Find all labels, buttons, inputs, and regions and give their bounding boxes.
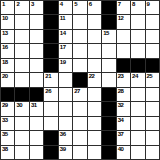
black-cell-r2c4 xyxy=(44,15,57,28)
clue-number-4: 4 xyxy=(60,1,63,7)
black-cell-r11c8 xyxy=(102,146,115,159)
cell-r3c1[interactable]: 13 xyxy=(1,30,14,43)
cell-r10c11[interactable] xyxy=(146,131,159,144)
cell-r6c10[interactable]: 24 xyxy=(131,73,144,86)
cell-r2c9[interactable]: 12 xyxy=(117,15,130,28)
crossword-board: 1234567891011121314151617181920212223242… xyxy=(0,0,160,160)
cell-r11c6[interactable] xyxy=(73,146,86,159)
cell-r3c6[interactable] xyxy=(73,30,86,43)
clue-number-6: 6 xyxy=(89,1,92,7)
cell-r5c6[interactable] xyxy=(73,59,86,72)
clue-number-12: 12 xyxy=(118,15,124,21)
cell-r3c2[interactable] xyxy=(15,30,28,43)
cell-r3c9[interactable] xyxy=(117,30,130,43)
cell-r6c7[interactable]: 22 xyxy=(88,73,101,86)
clue-number-24: 24 xyxy=(132,73,138,79)
cell-r9c1[interactable]: 33 xyxy=(1,117,14,130)
black-cell-r9c8 xyxy=(102,117,115,130)
cell-r2c7[interactable] xyxy=(88,15,101,28)
cell-r10c3[interactable] xyxy=(30,131,43,144)
black-cell-r7c1 xyxy=(1,88,14,101)
clue-number-32: 32 xyxy=(118,102,124,108)
cell-r6c11[interactable]: 25 xyxy=(146,73,159,86)
cell-r2c5[interactable]: 11 xyxy=(59,15,72,28)
cell-r2c6[interactable] xyxy=(73,15,86,28)
clue-number-5: 5 xyxy=(74,1,77,7)
cell-r7c11[interactable] xyxy=(146,88,159,101)
cell-r11c10[interactable] xyxy=(131,146,144,159)
cell-r8c10[interactable] xyxy=(131,102,144,115)
clue-number-29: 29 xyxy=(2,102,8,108)
black-cell-r4c4 xyxy=(44,44,57,57)
clue-number-21: 21 xyxy=(45,73,51,79)
cell-r7c10[interactable] xyxy=(131,88,144,101)
clue-number-1: 1 xyxy=(2,1,5,7)
clue-number-7: 7 xyxy=(118,1,121,7)
cell-r9c5[interactable] xyxy=(59,117,72,130)
cell-r9c9[interactable]: 34 xyxy=(117,117,130,130)
cell-r3c5[interactable]: 14 xyxy=(59,30,72,43)
black-cell-r7c2 xyxy=(15,88,28,101)
cell-r10c9[interactable]: 37 xyxy=(117,131,130,144)
clue-number-19: 19 xyxy=(60,59,66,65)
black-cell-r3c4 xyxy=(44,30,57,43)
cell-r1c11[interactable]: 9 xyxy=(146,1,159,14)
cell-r7c9[interactable]: 28 xyxy=(117,88,130,101)
cell-r8c4[interactable] xyxy=(44,102,57,115)
cell-r4c7[interactable] xyxy=(88,44,101,57)
cell-r4c3[interactable] xyxy=(30,44,43,57)
cell-r1c7[interactable]: 6 xyxy=(88,1,101,14)
cell-r8c7[interactable] xyxy=(88,102,101,115)
cell-r2c10[interactable] xyxy=(131,15,144,28)
cell-r4c9[interactable] xyxy=(117,44,130,57)
cell-r6c4[interactable]: 21 xyxy=(44,73,57,86)
black-cell-r5c11 xyxy=(146,59,159,72)
black-cell-r1c4 xyxy=(44,1,57,14)
cell-r1c3[interactable]: 3 xyxy=(30,1,43,14)
clue-number-11: 11 xyxy=(60,15,65,21)
cell-r8c1[interactable]: 29 xyxy=(1,102,14,115)
cell-r11c11[interactable] xyxy=(146,146,159,159)
cell-r8c3[interactable]: 31 xyxy=(30,102,43,115)
clue-number-17: 17 xyxy=(60,44,66,50)
cell-r10c6[interactable] xyxy=(73,131,86,144)
cell-r4c6[interactable] xyxy=(73,44,86,57)
cell-r9c3[interactable] xyxy=(30,117,43,130)
cell-r10c1[interactable]: 35 xyxy=(1,131,14,144)
cell-r3c8[interactable]: 15 xyxy=(102,30,115,43)
cell-r3c11[interactable] xyxy=(146,30,159,43)
clue-number-3: 3 xyxy=(31,1,34,7)
clue-number-9: 9 xyxy=(147,1,150,7)
black-cell-r5c9 xyxy=(117,59,130,72)
cell-r6c3[interactable] xyxy=(30,73,43,86)
cell-r1c9[interactable]: 7 xyxy=(117,1,130,14)
cell-r8c6[interactable] xyxy=(73,102,86,115)
clue-number-26: 26 xyxy=(45,88,51,94)
black-cell-r1c8 xyxy=(102,1,115,14)
cell-r9c6[interactable] xyxy=(73,117,86,130)
cell-r4c10[interactable] xyxy=(131,44,144,57)
black-cell-r10c4 xyxy=(44,131,57,144)
clue-number-40: 40 xyxy=(118,146,124,152)
cell-r1c2[interactable]: 2 xyxy=(15,1,28,14)
cell-r9c10[interactable] xyxy=(131,117,144,130)
cell-r3c10[interactable] xyxy=(131,30,144,43)
cell-r8c5[interactable] xyxy=(59,102,72,115)
clue-number-13: 13 xyxy=(2,30,8,36)
clue-number-18: 18 xyxy=(2,59,8,65)
cell-r4c2[interactable] xyxy=(15,44,28,57)
clue-number-30: 30 xyxy=(16,102,22,108)
cell-r9c7[interactable] xyxy=(88,117,101,130)
cell-r2c3[interactable] xyxy=(30,15,43,28)
clue-number-39: 39 xyxy=(60,146,66,152)
clue-number-31: 31 xyxy=(31,102,37,108)
cell-r1c1[interactable]: 1 xyxy=(1,1,14,14)
clue-number-20: 20 xyxy=(2,73,8,79)
clue-number-15: 15 xyxy=(103,30,109,36)
cell-r7c5[interactable] xyxy=(59,88,72,101)
cell-r11c5[interactable]: 39 xyxy=(59,146,72,159)
clue-number-28: 28 xyxy=(118,88,124,94)
cell-r8c2[interactable]: 30 xyxy=(15,102,28,115)
black-cell-r8c8 xyxy=(102,102,115,115)
cell-r4c11[interactable] xyxy=(146,44,159,57)
cell-r10c2[interactable] xyxy=(15,131,28,144)
clue-number-35: 35 xyxy=(2,131,8,137)
cell-r11c3[interactable] xyxy=(30,146,43,159)
clue-number-16: 16 xyxy=(2,44,8,50)
cell-r5c1[interactable]: 18 xyxy=(1,59,14,72)
cell-r8c11[interactable] xyxy=(146,102,159,115)
black-cell-r7c3 xyxy=(30,88,43,101)
clue-number-38: 38 xyxy=(2,146,8,152)
black-cell-r6c6 xyxy=(73,73,86,86)
cell-r5c5[interactable]: 19 xyxy=(59,59,72,72)
black-cell-r5c10 xyxy=(131,59,144,72)
cell-r2c11[interactable] xyxy=(146,15,159,28)
cell-r11c7[interactable] xyxy=(88,146,101,159)
cell-r9c2[interactable] xyxy=(15,117,28,130)
cell-r1c6[interactable]: 5 xyxy=(73,1,86,14)
cell-r5c8[interactable] xyxy=(102,59,115,72)
cell-r6c5[interactable] xyxy=(59,73,72,86)
black-cell-r7c8 xyxy=(102,88,115,101)
black-cell-r10c8 xyxy=(102,131,115,144)
black-cell-r2c8 xyxy=(102,15,115,28)
cell-r6c8[interactable] xyxy=(102,73,115,86)
cell-r7c7[interactable] xyxy=(88,88,101,101)
clue-number-22: 22 xyxy=(89,73,95,79)
clue-number-2: 2 xyxy=(16,1,19,7)
clue-number-36: 36 xyxy=(60,131,66,137)
cell-r2c1[interactable]: 10 xyxy=(1,15,14,28)
clue-number-14: 14 xyxy=(60,30,66,36)
cell-r9c4[interactable] xyxy=(44,117,57,130)
clue-number-34: 34 xyxy=(118,117,124,123)
cell-r11c1[interactable]: 38 xyxy=(1,146,14,159)
cell-r8c9[interactable]: 32 xyxy=(117,102,130,115)
cell-r6c9[interactable]: 23 xyxy=(117,73,130,86)
black-cell-r11c4 xyxy=(44,146,57,159)
black-cell-r5c4 xyxy=(44,59,57,72)
cell-r2c2[interactable] xyxy=(15,15,28,28)
cell-r10c5[interactable]: 36 xyxy=(59,131,72,144)
cell-r11c2[interactable] xyxy=(15,146,28,159)
cell-r3c3[interactable] xyxy=(30,30,43,43)
clue-number-37: 37 xyxy=(118,131,124,137)
cell-r6c1[interactable]: 20 xyxy=(1,73,14,86)
cell-r4c8[interactable] xyxy=(102,44,115,57)
cell-r5c3[interactable] xyxy=(30,59,43,72)
cell-r4c1[interactable]: 16 xyxy=(1,44,14,57)
cell-r5c2[interactable] xyxy=(15,59,28,72)
cell-r7c6[interactable]: 27 xyxy=(73,88,86,101)
cell-r11c9[interactable]: 40 xyxy=(117,146,130,159)
clue-number-8: 8 xyxy=(132,1,135,7)
clue-number-27: 27 xyxy=(74,88,80,94)
clue-number-10: 10 xyxy=(2,15,8,21)
cell-r9c11[interactable] xyxy=(146,117,159,130)
clue-number-23: 23 xyxy=(118,73,124,79)
clue-number-33: 33 xyxy=(2,117,8,123)
cell-r4c5[interactable]: 17 xyxy=(59,44,72,57)
cell-r3c7[interactable] xyxy=(88,30,101,43)
cell-r1c5[interactable]: 4 xyxy=(59,1,72,14)
clue-number-25: 25 xyxy=(147,73,153,79)
cell-r10c10[interactable] xyxy=(131,131,144,144)
cell-r6c2[interactable] xyxy=(15,73,28,86)
cell-r7c4[interactable]: 26 xyxy=(44,88,57,101)
cell-r1c10[interactable]: 8 xyxy=(131,1,144,14)
cell-r5c7[interactable] xyxy=(88,59,101,72)
cell-r10c7[interactable] xyxy=(88,131,101,144)
